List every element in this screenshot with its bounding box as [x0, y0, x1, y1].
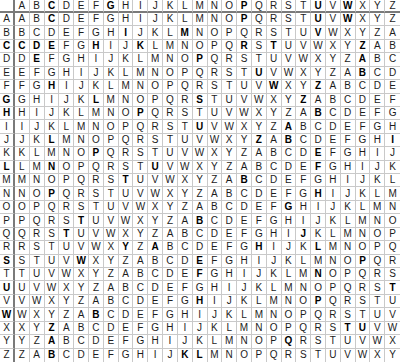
cell-VL: G	[178, 295, 193, 308]
cell-LD: O	[59, 161, 74, 174]
cell-CX: Z	[356, 40, 371, 53]
cell-ZV: U	[326, 349, 341, 362]
cell-XP: M	[237, 322, 252, 335]
cell-YC: A	[45, 335, 60, 348]
cell-ZB: A	[30, 349, 45, 362]
cell-BI: J	[133, 26, 148, 39]
cell-TT: M	[296, 268, 311, 281]
col-header-K: K	[163, 0, 178, 13]
cell-WZ: V	[385, 308, 400, 321]
cell-NJ: W	[148, 187, 163, 200]
cell-JR: A	[267, 134, 282, 147]
cell-MD: P	[59, 174, 74, 187]
cell-WX: T	[356, 308, 371, 321]
cell-FQ: V	[252, 80, 267, 93]
cell-FU: Z	[311, 80, 326, 93]
cell-ZT: S	[296, 349, 311, 362]
cell-FY: D	[370, 80, 385, 93]
cell-KE: O	[74, 147, 89, 160]
cell-BX: Y	[356, 26, 371, 39]
cell-ZM: L	[193, 349, 208, 362]
cell-NT: G	[296, 187, 311, 200]
col-header-D: D	[59, 0, 74, 13]
cell-HR: Y	[267, 107, 282, 120]
cell-XN: K	[208, 322, 223, 335]
cell-BY: Z	[370, 26, 385, 39]
cell-DH: K	[119, 53, 134, 66]
cell-XA: X	[15, 322, 30, 335]
corner-cell	[0, 0, 15, 13]
cell-LV: G	[326, 161, 341, 174]
cell-WW: S	[341, 308, 356, 321]
cell-XZ: W	[385, 322, 400, 335]
cell-YE: C	[74, 335, 89, 348]
cell-LA: L	[15, 161, 30, 174]
cell-DT: W	[296, 53, 311, 66]
cell-OF: T	[89, 201, 104, 214]
cell-EI: M	[133, 67, 148, 80]
cell-QX: N	[356, 228, 371, 241]
cell-JV: E	[326, 134, 341, 147]
cell-YU: S	[311, 335, 326, 348]
cell-GB: H	[30, 94, 45, 107]
cell-DF: I	[89, 53, 104, 66]
cell-OZ: N	[385, 201, 400, 214]
cell-BF: G	[89, 26, 104, 39]
cell-NV: I	[326, 187, 341, 200]
cell-FC: H	[45, 80, 60, 93]
cell-BH: I	[119, 26, 134, 39]
cell-GM: S	[193, 94, 208, 107]
cell-NF: S	[89, 187, 104, 200]
cell-OL: Z	[178, 201, 193, 214]
cell-SH: Z	[119, 255, 134, 268]
cell-PG: V	[104, 214, 119, 227]
cell-KD: N	[59, 147, 74, 160]
cell-SL: D	[178, 255, 193, 268]
cell-YM: K	[193, 335, 208, 348]
cell-MO: A	[222, 174, 237, 187]
row-header-T: T	[0, 268, 15, 281]
cell-LN: Y	[208, 161, 223, 174]
cell-FA: F	[15, 80, 30, 93]
cell-MY: K	[370, 174, 385, 187]
cell-MH: T	[119, 174, 134, 187]
cell-WH: D	[119, 308, 134, 321]
cell-IZ: H	[385, 120, 400, 133]
cell-JZ: I	[385, 134, 400, 147]
row-header-O: O	[0, 201, 15, 214]
cell-EB: F	[30, 67, 45, 80]
cell-SR: J	[267, 255, 282, 268]
cell-KC: M	[45, 147, 60, 160]
col-header-N: N	[208, 0, 223, 13]
cell-AD: D	[59, 13, 74, 26]
row-header-X: X	[0, 322, 15, 335]
cell-NR: E	[267, 187, 282, 200]
cell-UD: X	[59, 281, 74, 294]
cell-OO: C	[222, 201, 237, 214]
cell-RN: E	[208, 241, 223, 254]
cell-WO: K	[222, 308, 237, 321]
row-header-M: M	[0, 174, 15, 187]
cell-EQ: U	[252, 67, 267, 80]
cell-BL: M	[178, 26, 193, 39]
col-header-A: A	[15, 0, 30, 13]
cell-ZQ: P	[252, 349, 267, 362]
cell-AF: F	[89, 13, 104, 26]
cell-LX: I	[356, 161, 371, 174]
cell-LU: F	[311, 161, 326, 174]
cell-IN: V	[208, 120, 223, 133]
cell-MQ: C	[252, 174, 267, 187]
cell-PF: U	[89, 214, 104, 227]
cell-JX: G	[356, 134, 371, 147]
cell-RF: W	[89, 241, 104, 254]
cell-EM: Q	[193, 67, 208, 80]
cell-AK: K	[163, 13, 178, 26]
cell-FV: A	[326, 80, 341, 93]
cell-WK: G	[163, 308, 178, 321]
cell-EG: K	[104, 67, 119, 80]
cell-JL: U	[178, 134, 193, 147]
cell-ZO: N	[222, 349, 237, 362]
cell-LT: E	[296, 161, 311, 174]
cell-BG: H	[104, 26, 119, 39]
cell-KT: D	[296, 147, 311, 160]
cell-OH: V	[119, 201, 134, 214]
cell-YP: N	[237, 335, 252, 348]
cell-RZ: Q	[385, 241, 400, 254]
cell-VK: F	[163, 295, 178, 308]
col-header-C: C	[45, 0, 60, 13]
cell-SM: E	[193, 255, 208, 268]
cell-BA: B	[15, 26, 30, 39]
cell-XQ: N	[252, 322, 267, 335]
row-header-U: U	[0, 281, 15, 294]
cell-VA: V	[15, 295, 30, 308]
cell-HN: U	[208, 107, 223, 120]
cell-EP: T	[237, 67, 252, 80]
cell-PC: R	[45, 214, 60, 227]
cell-RU: L	[311, 241, 326, 254]
cell-XG: D	[104, 322, 119, 335]
cell-WT: P	[296, 308, 311, 321]
cell-QA: Q	[15, 228, 30, 241]
cell-KY: I	[370, 147, 385, 160]
cell-VM: H	[193, 295, 208, 308]
cell-HU: B	[311, 107, 326, 120]
cell-NQ: D	[252, 187, 267, 200]
cell-CQ: S	[252, 40, 267, 53]
cell-BQ: R	[252, 26, 267, 39]
cell-UT: N	[296, 281, 311, 294]
cell-YA: Y	[15, 335, 30, 348]
cell-VH: C	[119, 295, 134, 308]
cell-ER: V	[267, 67, 282, 80]
cell-XR: O	[267, 322, 282, 335]
cell-ZJ: I	[148, 349, 163, 362]
cell-PA: P	[15, 214, 30, 227]
cell-BS: T	[282, 26, 297, 39]
cell-AJ: J	[148, 13, 163, 26]
cell-LW: H	[341, 161, 356, 174]
cell-ZZ: Y	[385, 349, 400, 362]
cell-WQ: M	[252, 308, 267, 321]
cell-RQ: H	[252, 241, 267, 254]
cell-LZ: K	[385, 161, 400, 174]
cell-JT: C	[296, 134, 311, 147]
cell-TB: U	[30, 268, 45, 281]
cell-QB: R	[30, 228, 45, 241]
cell-FF: K	[89, 80, 104, 93]
cell-ND: Q	[59, 187, 74, 200]
cell-WG: C	[104, 308, 119, 321]
cell-QV: L	[326, 228, 341, 241]
cell-MR: D	[267, 174, 282, 187]
cell-ZL: K	[178, 349, 193, 362]
cell-XO: L	[222, 322, 237, 335]
cell-MK: W	[163, 174, 178, 187]
row-header-L: L	[0, 161, 15, 174]
cell-JF: O	[89, 134, 104, 147]
cell-EO: S	[222, 67, 237, 80]
cell-FR: W	[267, 80, 282, 93]
cell-FT: Y	[296, 80, 311, 93]
cell-BP: Q	[237, 26, 252, 39]
cell-LM: X	[193, 161, 208, 174]
col-header-F: F	[89, 0, 104, 13]
col-header-Y: Y	[370, 0, 385, 13]
cell-FB: G	[30, 80, 45, 93]
cell-II: Q	[133, 120, 148, 133]
cell-CI: K	[133, 40, 148, 53]
cell-FN: S	[208, 80, 223, 93]
cell-WF: B	[89, 308, 104, 321]
cell-MW: I	[341, 174, 356, 187]
cell-UM: G	[193, 281, 208, 294]
cell-LE: P	[74, 161, 89, 174]
cell-ZY: X	[370, 349, 385, 362]
cell-ES: W	[282, 67, 297, 80]
cell-XE: B	[74, 322, 89, 335]
cell-JO: X	[222, 134, 237, 147]
cell-OM: A	[193, 201, 208, 214]
cell-LF: Q	[89, 161, 104, 174]
cell-TG: Z	[104, 268, 119, 281]
cell-LG: R	[104, 161, 119, 174]
cell-QR: H	[267, 228, 282, 241]
cell-JC: L	[45, 134, 60, 147]
cell-WC: Y	[45, 308, 60, 321]
cell-PZ: O	[385, 214, 400, 227]
cell-PN: C	[208, 214, 223, 227]
row-header-G: G	[0, 94, 15, 107]
cell-TY: R	[370, 268, 385, 281]
cell-KP: Z	[237, 147, 252, 160]
cell-JS: B	[282, 134, 297, 147]
cell-YJ: H	[148, 335, 163, 348]
cell-LJ: U	[148, 161, 163, 174]
cell-DY: B	[370, 53, 385, 66]
cell-MT: F	[296, 174, 311, 187]
cell-BD: E	[59, 26, 74, 39]
cell-FP: U	[237, 80, 252, 93]
cell-GI: O	[133, 94, 148, 107]
cell-PR: G	[267, 214, 282, 227]
cell-FZ: E	[385, 80, 400, 93]
cell-AU: U	[311, 13, 326, 26]
cell-WA: W	[15, 308, 30, 321]
cell-KL: V	[178, 147, 193, 160]
cell-BJ: K	[148, 26, 163, 39]
cell-IX: F	[356, 120, 371, 133]
cell-EA: E	[15, 67, 30, 80]
cell-XK: H	[163, 322, 178, 335]
cell-OA: O	[15, 201, 30, 214]
cell-TF: Y	[89, 268, 104, 281]
col-header-R: R	[267, 0, 282, 13]
cell-TR: K	[267, 268, 282, 281]
cell-HC: J	[45, 107, 60, 120]
cell-IA: I	[15, 120, 30, 133]
cell-VD: Y	[59, 295, 74, 308]
cell-GY: E	[370, 94, 385, 107]
cell-EK: O	[163, 67, 178, 80]
cell-ZR: Q	[267, 349, 282, 362]
cell-EJ: N	[148, 67, 163, 80]
cell-WN: J	[208, 308, 223, 321]
cell-KZ: J	[385, 147, 400, 160]
cell-AL: L	[178, 13, 193, 26]
cell-NN: A	[208, 187, 223, 200]
cell-UF: Z	[89, 281, 104, 294]
cell-IP: X	[237, 120, 252, 133]
cell-KU: E	[311, 147, 326, 160]
col-header-X: X	[356, 0, 371, 13]
cell-NB: O	[30, 187, 45, 200]
cell-AH: H	[119, 13, 134, 26]
cell-UB: V	[30, 281, 45, 294]
cell-QO: E	[222, 228, 237, 241]
cell-ZW: V	[341, 349, 356, 362]
cell-KA: K	[15, 147, 30, 160]
cell-AQ: Q	[252, 13, 267, 26]
cell-DP: S	[237, 53, 252, 66]
cell-NO: B	[222, 187, 237, 200]
cell-CZ: B	[385, 40, 400, 53]
cell-CH: J	[119, 40, 134, 53]
cell-OJ: X	[148, 201, 163, 214]
cell-DL: O	[178, 53, 193, 66]
cell-RS: J	[282, 241, 297, 254]
cell-MA: M	[15, 174, 30, 187]
cell-DJ: M	[148, 53, 163, 66]
col-header-Z: Z	[385, 0, 400, 13]
row-header-W: W	[0, 308, 15, 321]
col-header-S: S	[282, 0, 297, 13]
cell-QM: C	[193, 228, 208, 241]
cell-NU: H	[311, 187, 326, 200]
cell-VJ: E	[148, 295, 163, 308]
col-header-U: U	[311, 0, 326, 13]
row-header-F: F	[0, 80, 15, 93]
cell-SU: M	[311, 255, 326, 268]
cell-BR: S	[267, 26, 282, 39]
cell-QH: X	[119, 228, 134, 241]
cell-VF: A	[89, 295, 104, 308]
cell-AP: P	[237, 13, 252, 26]
cell-RY: P	[370, 241, 385, 254]
cell-AI: I	[133, 13, 148, 26]
cell-LR: C	[267, 161, 282, 174]
cell-KJ: T	[148, 147, 163, 160]
cell-AS: S	[282, 13, 297, 26]
cell-GO: U	[222, 94, 237, 107]
cell-ZH: G	[119, 349, 134, 362]
col-header-W: W	[341, 0, 356, 13]
cell-FE: J	[74, 80, 89, 93]
cell-KO: Y	[222, 147, 237, 160]
col-header-I: I	[133, 0, 148, 13]
tabula-recta: ABCDEFGHIJKLMNOPQRSTUVWXYZAABCDEFGHIJKLM…	[0, 0, 400, 362]
cell-KB: L	[30, 147, 45, 160]
cell-EE: I	[74, 67, 89, 80]
cell-HA: H	[15, 107, 30, 120]
cell-KK: U	[163, 147, 178, 160]
cell-YK: I	[163, 335, 178, 348]
cell-LK: V	[163, 161, 178, 174]
cell-CK: M	[163, 40, 178, 53]
cell-AG: G	[104, 13, 119, 26]
cell-XB: Y	[30, 322, 45, 335]
cell-DS: V	[282, 53, 297, 66]
cell-UQ: K	[252, 281, 267, 294]
cell-CS: U	[282, 40, 297, 53]
cell-FM: R	[193, 80, 208, 93]
cell-AR: R	[267, 13, 282, 26]
cell-DR: U	[267, 53, 282, 66]
cell-UI: C	[133, 281, 148, 294]
cell-UC: W	[45, 281, 60, 294]
cell-CW: Y	[341, 40, 356, 53]
cell-TU: N	[311, 268, 326, 281]
cell-KH: R	[119, 147, 134, 160]
cell-NI: V	[133, 187, 148, 200]
cell-QJ: Z	[148, 228, 163, 241]
cell-OU: I	[311, 201, 326, 214]
cell-DK: N	[163, 53, 178, 66]
row-header-Y: Y	[0, 335, 15, 348]
cell-SP: H	[237, 255, 252, 268]
cell-BN: O	[208, 26, 223, 39]
cell-SK: C	[163, 255, 178, 268]
cell-GV: B	[326, 94, 341, 107]
cell-DG: J	[104, 53, 119, 66]
row-header-I: I	[0, 120, 15, 133]
cell-HL: S	[178, 107, 193, 120]
cell-RT: K	[296, 241, 311, 254]
cell-NW: J	[341, 187, 356, 200]
cell-SG: Y	[104, 255, 119, 268]
cell-HE: L	[74, 107, 89, 120]
cell-PE: T	[74, 214, 89, 227]
cell-TJ: C	[148, 268, 163, 281]
cell-YQ: O	[252, 335, 267, 348]
cell-BW: X	[341, 26, 356, 39]
cell-UX: R	[356, 281, 371, 294]
cell-OG: U	[104, 201, 119, 214]
